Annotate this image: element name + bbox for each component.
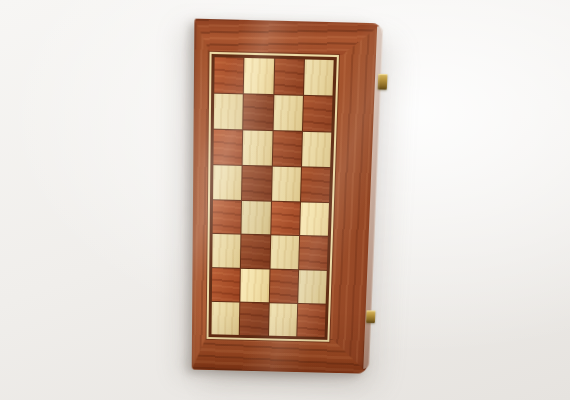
board-square-dark [243,94,272,130]
folding-chessboard-case [192,19,383,374]
board-square-dark [297,304,326,337]
board-square-dark [272,131,301,166]
brass-hinge-bottom-icon [366,310,375,323]
board-grid [211,57,333,337]
board-square-light [212,234,240,268]
board-frame-top [194,19,382,56]
board-square-light [300,202,329,236]
board-square-light [269,303,297,336]
board-inlay-field [207,52,339,342]
board-square-light [214,94,243,130]
board-square-dark [214,57,243,93]
board-square-dark [213,200,242,234]
brass-hinge-top-icon [378,74,388,90]
board-square-light [213,165,242,200]
board-square-light [244,58,274,94]
board-square-dark [241,235,270,269]
board-square-dark [242,166,271,201]
board-frame-bottom [192,336,370,374]
board-square-dark [240,303,268,336]
board-square-dark [274,59,304,95]
board-square-light [211,302,239,335]
board-square-dark [269,270,298,303]
board-square-light [241,269,269,302]
photo-background [0,0,570,400]
board-square-dark [212,268,240,301]
board-square-dark [299,236,328,270]
board-square-dark [303,96,333,132]
board-square-light [273,95,303,131]
board-square-light [304,59,334,95]
board-square-light [243,130,272,165]
board-square-dark [271,201,300,235]
board-square-dark [301,167,330,202]
board-square-light [272,166,301,201]
board-square-light [242,200,271,234]
board-square-light [270,236,299,270]
board-square-dark [213,129,242,164]
board-square-light [302,132,332,167]
board-square-light [298,270,327,303]
